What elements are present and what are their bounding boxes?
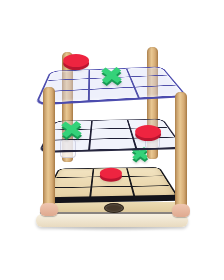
x-piece-glyph: ✖ xyxy=(59,117,86,142)
piece-o-middle-right[interactable]: ● xyxy=(131,117,165,143)
wooden-base xyxy=(36,214,188,227)
wooden-post-front-left xyxy=(43,87,55,209)
o-piece-glyph: ● xyxy=(133,122,163,139)
o-piece-glyph: ● xyxy=(61,51,91,68)
piece-o-bottom-center[interactable]: ● xyxy=(94,159,128,185)
piece-x-middle-left[interactable]: ✖ xyxy=(55,117,89,143)
piece-x-top-center[interactable]: ✖ xyxy=(95,63,129,89)
grid-line xyxy=(88,70,90,101)
product-photo: ✖ ● ✖ ● ● ✖ xyxy=(0,0,224,280)
o-piece-glyph: ● xyxy=(98,165,123,180)
post-foot-front-right xyxy=(172,204,190,217)
brand-stamp xyxy=(104,203,124,213)
wooden-post-front-right xyxy=(175,92,187,212)
post-foot-front-left xyxy=(40,203,58,216)
piece-o-top-back-left[interactable]: ● xyxy=(59,46,93,72)
x-piece-glyph: ✖ xyxy=(99,63,126,88)
